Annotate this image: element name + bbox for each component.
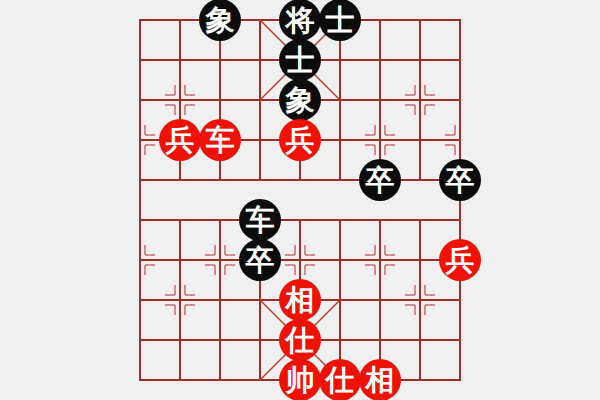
piece-red-chariot[interactable]: 车 [199,119,241,161]
piece-red-advisor[interactable]: 仕 [319,359,361,400]
piece-black-advisor[interactable]: 士 [319,0,361,41]
piece-red-general[interactable]: 帅 [279,359,321,400]
piece-black-pawn[interactable]: 卒 [359,159,401,201]
xiangqi-board-diagram: 象将士士象兵车兵卒卒车卒兵相仕帅仕相 [0,0,600,400]
piece-black-pawn[interactable]: 卒 [439,159,481,201]
piece-red-elephant[interactable]: 相 [279,279,321,321]
piece-red-pawn[interactable]: 兵 [279,119,321,161]
piece-red-advisor[interactable]: 仕 [279,319,321,361]
piece-black-pawn[interactable]: 卒 [239,239,281,281]
piece-red-pawn[interactable]: 兵 [439,239,481,281]
piece-black-chariot[interactable]: 车 [239,199,281,241]
piece-black-elephant[interactable]: 象 [199,0,241,41]
piece-black-general[interactable]: 将 [279,0,321,41]
piece-red-pawn[interactable]: 兵 [159,119,201,161]
piece-red-elephant[interactable]: 相 [359,359,401,400]
piece-black-elephant[interactable]: 象 [279,79,321,121]
piece-black-advisor[interactable]: 士 [279,39,321,81]
